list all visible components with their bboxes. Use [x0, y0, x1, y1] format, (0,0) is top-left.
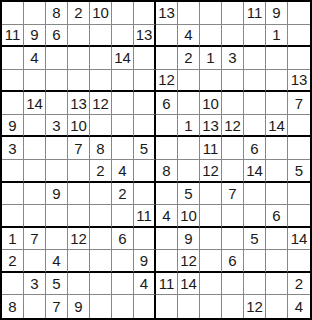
cell-r2c7[interactable]: 13 — [134, 25, 156, 48]
cell-r8c13[interactable] — [266, 160, 288, 183]
cell-r13c3[interactable]: 5 — [46, 273, 68, 296]
cell-r1c13[interactable]: 9 — [266, 2, 288, 25]
cell-r5c3[interactable] — [46, 92, 68, 115]
cell-r1c10[interactable] — [200, 2, 222, 25]
cell-r12c13[interactable] — [266, 250, 288, 273]
cell-r9c3[interactable]: 9 — [46, 183, 68, 206]
cell-r3c9[interactable]: 2 — [178, 47, 200, 70]
cell-r8c4[interactable] — [68, 160, 90, 183]
cell-r2c12[interactable] — [244, 25, 266, 48]
cell-r14c10[interactable] — [200, 295, 222, 318]
cell-r5c9[interactable] — [178, 92, 200, 115]
cell-r10c10[interactable] — [200, 205, 222, 228]
cell-r11c2[interactable]: 7 — [24, 228, 46, 251]
cell-r10c5[interactable] — [90, 205, 112, 228]
cell-r10c9[interactable]: 10 — [178, 205, 200, 228]
cell-r8c9[interactable] — [178, 160, 200, 183]
cell-r13c10[interactable] — [200, 273, 222, 296]
cell-r5c7[interactable] — [134, 92, 156, 115]
cell-r6c12[interactable] — [244, 115, 266, 138]
cell-r13c5[interactable] — [90, 273, 112, 296]
cell-r2c1[interactable]: 11 — [2, 25, 24, 48]
cell-r9c4[interactable] — [68, 183, 90, 206]
cell-r5c11[interactable] — [222, 92, 244, 115]
cell-r11c14[interactable]: 14 — [288, 228, 310, 251]
cell-r8c12[interactable]: 14 — [244, 160, 266, 183]
cell-r5c2[interactable]: 14 — [24, 92, 46, 115]
cell-r3c13[interactable] — [266, 47, 288, 70]
cell-r7c4[interactable]: 7 — [68, 137, 90, 160]
cell-r8c8[interactable]: 8 — [156, 160, 178, 183]
cell-r12c7[interactable]: 9 — [134, 250, 156, 273]
cell-r7c9[interactable] — [178, 137, 200, 160]
cell-r9c11[interactable]: 7 — [222, 183, 244, 206]
cell-r8c5[interactable]: 2 — [90, 160, 112, 183]
cell-r6c10[interactable]: 13 — [200, 115, 222, 138]
cell-r9c10[interactable] — [200, 183, 222, 206]
cell-r4c6[interactable] — [112, 70, 134, 93]
cell-r10c12[interactable] — [244, 205, 266, 228]
cell-r14c12[interactable]: 12 — [244, 295, 266, 318]
cell-r2c3[interactable]: 6 — [46, 25, 68, 48]
cell-r3c11[interactable]: 3 — [222, 47, 244, 70]
cell-r3c4[interactable] — [68, 47, 90, 70]
cell-r3c8[interactable] — [156, 47, 178, 70]
cell-r3c7[interactable] — [134, 47, 156, 70]
cell-r7c2[interactable] — [24, 137, 46, 160]
cell-r2c4[interactable] — [68, 25, 90, 48]
cell-r10c3[interactable] — [46, 205, 68, 228]
cell-r2c11[interactable] — [222, 25, 244, 48]
cell-r10c6[interactable] — [112, 205, 134, 228]
cell-r2c2[interactable]: 9 — [24, 25, 46, 48]
cell-r10c11[interactable] — [222, 205, 244, 228]
cell-r11c3[interactable] — [46, 228, 68, 251]
cell-r10c8[interactable]: 4 — [156, 205, 178, 228]
cell-r12c11[interactable]: 6 — [222, 250, 244, 273]
cell-r8c11[interactable] — [222, 160, 244, 183]
cell-r14c11[interactable] — [222, 295, 244, 318]
cell-r7c1[interactable]: 3 — [2, 137, 24, 160]
cell-r14c14[interactable]: 4 — [288, 295, 310, 318]
cell-r5c6[interactable] — [112, 92, 134, 115]
cell-r4c3[interactable] — [46, 70, 68, 93]
cell-r5c4[interactable]: 13 — [68, 92, 90, 115]
cell-r9c12[interactable] — [244, 183, 266, 206]
cell-r7c10[interactable]: 11 — [200, 137, 222, 160]
cell-r14c8[interactable] — [156, 295, 178, 318]
cell-r7c8[interactable] — [156, 137, 178, 160]
cell-r10c1[interactable] — [2, 205, 24, 228]
cell-r8c6[interactable]: 4 — [112, 160, 134, 183]
cell-r14c3[interactable]: 7 — [46, 295, 68, 318]
cell-r6c8[interactable] — [156, 115, 178, 138]
cell-r6c4[interactable]: 10 — [68, 115, 90, 138]
cell-r6c2[interactable] — [24, 115, 46, 138]
cell-r5c5[interactable]: 12 — [90, 92, 112, 115]
cell-r7c3[interactable] — [46, 137, 68, 160]
cell-r2c14[interactable] — [288, 25, 310, 48]
cell-r3c14[interactable] — [288, 47, 310, 70]
cell-r5c13[interactable] — [266, 92, 288, 115]
cell-r6c3[interactable]: 3 — [46, 115, 68, 138]
cell-r9c2[interactable] — [24, 183, 46, 206]
cell-r6c5[interactable] — [90, 115, 112, 138]
cell-r5c14[interactable]: 7 — [288, 92, 310, 115]
cell-r4c13[interactable] — [266, 70, 288, 93]
cell-r13c4[interactable] — [68, 273, 90, 296]
cell-r13c11[interactable] — [222, 273, 244, 296]
cell-r13c8[interactable]: 11 — [156, 273, 178, 296]
cell-r3c2[interactable]: 4 — [24, 47, 46, 70]
cell-r10c14[interactable] — [288, 205, 310, 228]
cell-r2c10[interactable] — [200, 25, 222, 48]
cell-r3c5[interactable] — [90, 47, 112, 70]
cell-r11c12[interactable]: 5 — [244, 228, 266, 251]
cell-r13c9[interactable]: 14 — [178, 273, 200, 296]
cell-r2c8[interactable] — [156, 25, 178, 48]
cell-r7c7[interactable]: 5 — [134, 137, 156, 160]
cell-r12c14[interactable] — [288, 250, 310, 273]
cell-r4c10[interactable] — [200, 70, 222, 93]
cell-r4c2[interactable] — [24, 70, 46, 93]
cell-r1c4[interactable]: 2 — [68, 2, 90, 25]
cell-r8c14[interactable]: 5 — [288, 160, 310, 183]
cell-r12c6[interactable] — [112, 250, 134, 273]
cell-r9c14[interactable] — [288, 183, 310, 206]
cell-r10c2[interactable] — [24, 205, 46, 228]
cell-r13c14[interactable]: 2 — [288, 273, 310, 296]
cell-r3c10[interactable]: 1 — [200, 47, 222, 70]
cell-r9c7[interactable] — [134, 183, 156, 206]
cell-r10c7[interactable]: 11 — [134, 205, 156, 228]
cell-r11c5[interactable] — [90, 228, 112, 251]
cell-r10c4[interactable] — [68, 205, 90, 228]
cell-r4c14[interactable]: 13 — [288, 70, 310, 93]
cell-r13c12[interactable] — [244, 273, 266, 296]
cell-r7c6[interactable] — [112, 137, 134, 160]
cell-r3c3[interactable] — [46, 47, 68, 70]
cell-r9c1[interactable] — [2, 183, 24, 206]
cell-r9c6[interactable]: 2 — [112, 183, 134, 206]
cell-r14c2[interactable] — [24, 295, 46, 318]
cell-r1c9[interactable] — [178, 2, 200, 25]
sudoku-board: 8210131191196134141421312131413126107931… — [0, 0, 312, 320]
cell-r6c1[interactable]: 9 — [2, 115, 24, 138]
cell-r6c7[interactable] — [134, 115, 156, 138]
cell-r8c10[interactable]: 12 — [200, 160, 222, 183]
cell-r12c10[interactable] — [200, 250, 222, 273]
cell-r14c4[interactable]: 9 — [68, 295, 90, 318]
cell-r6c9[interactable]: 1 — [178, 115, 200, 138]
cell-r12c8[interactable] — [156, 250, 178, 273]
cell-r11c11[interactable] — [222, 228, 244, 251]
cell-r3c6[interactable]: 14 — [112, 47, 134, 70]
cell-r1c6[interactable] — [112, 2, 134, 25]
cell-r11c7[interactable] — [134, 228, 156, 251]
cell-r13c2[interactable]: 3 — [24, 273, 46, 296]
cell-r11c1[interactable]: 1 — [2, 228, 24, 251]
cell-r12c12[interactable] — [244, 250, 266, 273]
cell-r7c11[interactable] — [222, 137, 244, 160]
cell-r6c6[interactable] — [112, 115, 134, 138]
cell-r2c9[interactable]: 4 — [178, 25, 200, 48]
cell-r14c13[interactable] — [266, 295, 288, 318]
cell-r13c1[interactable] — [2, 273, 24, 296]
cell-r5c8[interactable]: 6 — [156, 92, 178, 115]
cell-r7c5[interactable]: 8 — [90, 137, 112, 160]
cell-r12c5[interactable] — [90, 250, 112, 273]
cell-r4c11[interactable] — [222, 70, 244, 93]
cell-r8c7[interactable] — [134, 160, 156, 183]
cell-r3c1[interactable] — [2, 47, 24, 70]
cell-r8c2[interactable] — [24, 160, 46, 183]
cell-r2c13[interactable]: 1 — [266, 25, 288, 48]
cell-r6c11[interactable]: 12 — [222, 115, 244, 138]
cell-r12c1[interactable]: 2 — [2, 250, 24, 273]
cell-r4c1[interactable] — [2, 70, 24, 93]
cell-r2c5[interactable] — [90, 25, 112, 48]
cell-r14c6[interactable] — [112, 295, 134, 318]
cell-r9c13[interactable] — [266, 183, 288, 206]
cell-r7c14[interactable] — [288, 137, 310, 160]
cell-r9c9[interactable]: 5 — [178, 183, 200, 206]
cell-r1c1[interactable] — [2, 2, 24, 25]
cell-r9c5[interactable] — [90, 183, 112, 206]
cell-r8c1[interactable] — [2, 160, 24, 183]
cell-r7c12[interactable]: 6 — [244, 137, 266, 160]
cell-r11c4[interactable]: 12 — [68, 228, 90, 251]
cell-r11c6[interactable]: 6 — [112, 228, 134, 251]
cell-r12c3[interactable]: 4 — [46, 250, 68, 273]
cell-r5c10[interactable]: 10 — [200, 92, 222, 115]
cell-r2c6[interactable] — [112, 25, 134, 48]
cell-r13c6[interactable] — [112, 273, 134, 296]
cell-r5c12[interactable] — [244, 92, 266, 115]
cell-r3c12[interactable] — [244, 47, 266, 70]
cell-r1c5[interactable]: 10 — [90, 2, 112, 25]
cell-r1c14[interactable] — [288, 2, 310, 25]
cell-r11c8[interactable] — [156, 228, 178, 251]
cell-r1c3[interactable]: 8 — [46, 2, 68, 25]
cell-r6c14[interactable] — [288, 115, 310, 138]
cell-r13c13[interactable] — [266, 273, 288, 296]
cell-r10c13[interactable]: 6 — [266, 205, 288, 228]
cell-r11c9[interactable]: 9 — [178, 228, 200, 251]
cell-r4c7[interactable] — [134, 70, 156, 93]
cell-r1c11[interactable] — [222, 2, 244, 25]
cell-r4c8[interactable]: 12 — [156, 70, 178, 93]
cell-r1c7[interactable] — [134, 2, 156, 25]
cell-r14c7[interactable] — [134, 295, 156, 318]
cell-r7c13[interactable] — [266, 137, 288, 160]
cell-r6c13[interactable]: 14 — [266, 115, 288, 138]
cell-r8c3[interactable] — [46, 160, 68, 183]
cell-r14c5[interactable] — [90, 295, 112, 318]
cell-r11c10[interactable] — [200, 228, 222, 251]
cell-r12c2[interactable] — [24, 250, 46, 273]
cell-r1c2[interactable] — [24, 2, 46, 25]
cell-r14c1[interactable]: 8 — [2, 295, 24, 318]
cell-r12c4[interactable] — [68, 250, 90, 273]
cell-r4c5[interactable] — [90, 70, 112, 93]
cell-r4c4[interactable] — [68, 70, 90, 93]
cell-r4c9[interactable] — [178, 70, 200, 93]
cell-r4c12[interactable] — [244, 70, 266, 93]
cell-r9c8[interactable] — [156, 183, 178, 206]
cell-r14c9[interactable] — [178, 295, 200, 318]
cell-r1c8[interactable]: 13 — [156, 2, 178, 25]
cell-r5c1[interactable] — [2, 92, 24, 115]
cell-r1c12[interactable]: 11 — [244, 2, 266, 25]
cell-r13c7[interactable]: 4 — [134, 273, 156, 296]
cell-r11c13[interactable] — [266, 228, 288, 251]
cell-r12c9[interactable]: 12 — [178, 250, 200, 273]
